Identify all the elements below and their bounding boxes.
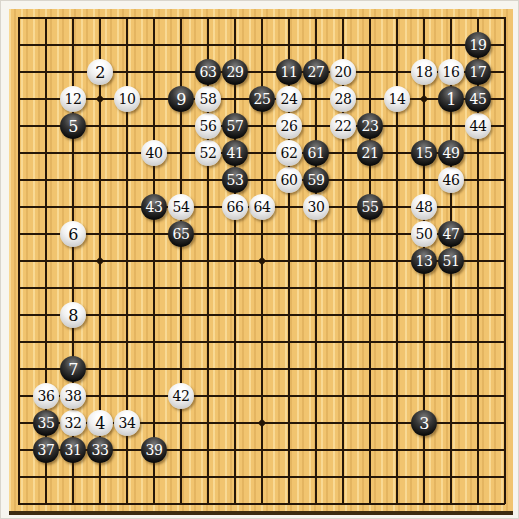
goban-wood: 1234567891011121314151617181920212223242… <box>9 9 513 515</box>
stone-black-move-33: 33 <box>87 437 113 463</box>
stone-white-move-46: 46 <box>438 167 464 193</box>
stone-black-move-59: 59 <box>303 167 329 193</box>
stone-black-move-51: 51 <box>438 248 464 274</box>
stone-black-move-15: 15 <box>411 140 437 166</box>
star-point <box>258 419 266 427</box>
star-point <box>258 257 266 265</box>
grid-line-vertical <box>369 17 371 504</box>
grid-line-vertical <box>315 17 317 504</box>
grid-line-vertical <box>504 17 506 504</box>
stone-white-move-34: 34 <box>114 410 140 436</box>
stone-white-move-26: 26 <box>276 113 302 139</box>
stone-black-move-53: 53 <box>222 167 248 193</box>
board-surface[interactable]: 1234567891011121314151617181920212223242… <box>18 17 505 504</box>
stone-white-move-2: 2 <box>87 59 113 85</box>
grid-line-horizontal <box>18 476 505 478</box>
grid-line-horizontal <box>18 503 505 505</box>
stone-white-move-42: 42 <box>168 383 194 409</box>
stone-white-move-64: 64 <box>249 194 275 220</box>
stone-white-move-62: 62 <box>276 140 302 166</box>
stone-black-move-49: 49 <box>438 140 464 166</box>
stone-white-move-32: 32 <box>60 410 86 436</box>
stone-white-move-14: 14 <box>384 86 410 112</box>
stone-white-move-8: 8 <box>60 302 86 328</box>
stone-black-move-65: 65 <box>168 221 194 247</box>
stone-black-move-3: 3 <box>411 410 437 436</box>
stone-white-move-58: 58 <box>195 86 221 112</box>
stone-white-move-40: 40 <box>141 140 167 166</box>
stone-black-move-11: 11 <box>276 59 302 85</box>
stone-black-move-13: 13 <box>411 248 437 274</box>
stone-white-move-20: 20 <box>330 59 356 85</box>
stone-white-move-28: 28 <box>330 86 356 112</box>
stone-white-move-60: 60 <box>276 167 302 193</box>
stone-white-move-22: 22 <box>330 113 356 139</box>
grid-line-horizontal <box>18 287 505 289</box>
stone-black-move-21: 21 <box>357 140 383 166</box>
star-point <box>96 95 104 103</box>
stone-white-move-10: 10 <box>114 86 140 112</box>
stone-white-move-52: 52 <box>195 140 221 166</box>
go-kifu-diagram: 1234567891011121314151617181920212223242… <box>0 0 519 519</box>
grid-line-horizontal <box>18 395 505 397</box>
stone-white-move-4: 4 <box>87 410 113 436</box>
grid-line-horizontal <box>18 341 505 343</box>
stone-black-move-45: 45 <box>465 86 491 112</box>
stone-white-move-38: 38 <box>60 383 86 409</box>
stone-black-move-35: 35 <box>33 410 59 436</box>
stone-white-move-36: 36 <box>33 383 59 409</box>
stone-black-move-43: 43 <box>141 194 167 220</box>
stone-black-move-5: 5 <box>60 113 86 139</box>
stone-black-move-23: 23 <box>357 113 383 139</box>
stone-white-move-66: 66 <box>222 194 248 220</box>
stone-white-move-48: 48 <box>411 194 437 220</box>
star-point <box>96 257 104 265</box>
stone-black-move-57: 57 <box>222 113 248 139</box>
stone-black-move-55: 55 <box>357 194 383 220</box>
stone-white-move-18: 18 <box>411 59 437 85</box>
stone-black-move-31: 31 <box>60 437 86 463</box>
stone-black-move-29: 29 <box>222 59 248 85</box>
grid-line-horizontal <box>18 314 505 316</box>
stone-black-move-39: 39 <box>141 437 167 463</box>
stone-white-move-16: 16 <box>438 59 464 85</box>
stone-black-move-25: 25 <box>249 86 275 112</box>
stone-white-move-54: 54 <box>168 194 194 220</box>
stone-black-move-47: 47 <box>438 221 464 247</box>
star-point <box>420 95 428 103</box>
stone-white-move-24: 24 <box>276 86 302 112</box>
stone-black-move-27: 27 <box>303 59 329 85</box>
stone-black-move-61: 61 <box>303 140 329 166</box>
stone-white-move-30: 30 <box>303 194 329 220</box>
stone-black-move-41: 41 <box>222 140 248 166</box>
stone-black-move-19: 19 <box>465 32 491 58</box>
stone-white-move-50: 50 <box>411 221 437 247</box>
stone-white-move-44: 44 <box>465 113 491 139</box>
stone-white-move-56: 56 <box>195 113 221 139</box>
grid-line-horizontal <box>18 368 505 370</box>
stone-black-move-37: 37 <box>33 437 59 463</box>
stone-white-move-12: 12 <box>60 86 86 112</box>
stone-white-move-6: 6 <box>60 221 86 247</box>
stone-black-move-1: 1 <box>438 86 464 112</box>
stone-black-move-17: 17 <box>465 59 491 85</box>
stone-black-move-7: 7 <box>60 356 86 382</box>
stone-black-move-9: 9 <box>168 86 194 112</box>
stone-black-move-63: 63 <box>195 59 221 85</box>
